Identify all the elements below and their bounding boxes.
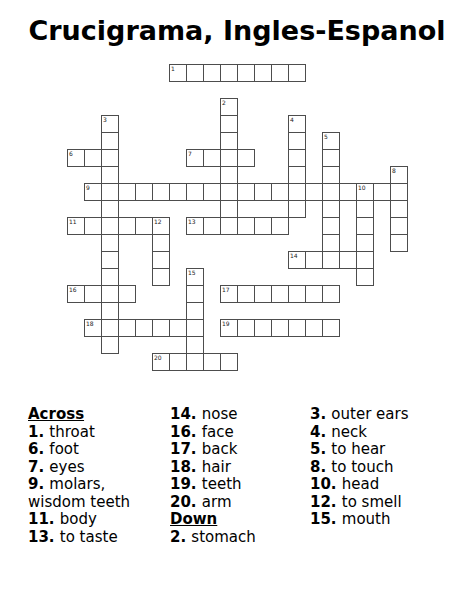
grid-cell-r7c5 bbox=[152, 183, 170, 201]
grid-cell-r9c12 bbox=[271, 217, 289, 235]
grid-cell-r13c11 bbox=[254, 285, 272, 303]
grid-cell-r13c12 bbox=[271, 285, 289, 303]
grid-cell-r9c1 bbox=[84, 217, 102, 235]
cell-number-4: 4 bbox=[290, 116, 294, 123]
grid-cell-r9c5: 12 bbox=[152, 217, 170, 235]
clue-4: 4. neck bbox=[310, 424, 470, 442]
grid-cell-r6c15 bbox=[322, 166, 340, 184]
grid-cell-r15c13 bbox=[288, 319, 306, 337]
grid-cell-r14c7 bbox=[186, 302, 204, 320]
grid-cell-r7c10 bbox=[237, 183, 255, 201]
grid-cell-r13c2 bbox=[101, 285, 119, 303]
clue-17: 17. back bbox=[170, 441, 302, 459]
grid-cell-r5c15 bbox=[322, 149, 340, 167]
grid-cell-r10c2 bbox=[101, 234, 119, 252]
grid-cell-r7c16 bbox=[339, 183, 357, 201]
clue-header-across: Across bbox=[28, 406, 146, 424]
clue-column-2: 14. nose16. face17. back18. hair19. teet… bbox=[170, 406, 302, 546]
grid-cell-r11c15 bbox=[322, 251, 340, 269]
grid-cell-r15c10 bbox=[237, 319, 255, 337]
clue-number: 8. bbox=[310, 458, 331, 476]
grid-cell-r13c10 bbox=[237, 285, 255, 303]
clue-9: 9. molars, wisdom teeth bbox=[28, 476, 146, 511]
clue-7: 7. eyes bbox=[28, 459, 146, 477]
grid-cell-r15c9: 19 bbox=[220, 319, 238, 337]
grid-cell-r5c1 bbox=[84, 149, 102, 167]
grid-cell-r0c8 bbox=[203, 64, 221, 82]
clue-number: 12. bbox=[310, 493, 342, 511]
cell-number-3: 3 bbox=[103, 116, 107, 123]
grid-cell-r7c14 bbox=[305, 183, 323, 201]
grid-cell-r11c13: 14 bbox=[288, 251, 306, 269]
grid-cell-r7c13 bbox=[288, 183, 306, 201]
crossword-worksheet: Crucigrama, Ingles-Espanol 1234567891011… bbox=[0, 0, 474, 613]
grid-cell-r13c13 bbox=[288, 285, 306, 303]
grid-cell-r8c9 bbox=[220, 200, 238, 218]
grid-cell-r15c2 bbox=[101, 319, 119, 337]
grid-cell-r13c0: 16 bbox=[67, 285, 85, 303]
grid-cell-r9c11 bbox=[254, 217, 272, 235]
grid-cell-r9c0: 11 bbox=[67, 217, 85, 235]
grid-cell-r9c15 bbox=[322, 217, 340, 235]
grid-cell-r13c3 bbox=[118, 285, 136, 303]
grid-cell-r8c15 bbox=[322, 200, 340, 218]
grid-cell-r3c9 bbox=[220, 115, 238, 133]
grid-cell-r13c14 bbox=[305, 285, 323, 303]
cell-number-18: 18 bbox=[86, 320, 94, 327]
grid-cell-r7c18 bbox=[373, 183, 391, 201]
grid-cell-r15c11 bbox=[254, 319, 272, 337]
clue-number: 13. bbox=[28, 528, 60, 546]
clue-13: 13. to taste bbox=[28, 529, 146, 547]
grid-cell-r8c2 bbox=[101, 200, 119, 218]
clue-number: 18. bbox=[170, 458, 202, 476]
crossword-grid: 1234567891011121314151617181920 bbox=[67, 64, 408, 371]
grid-cell-r15c15 bbox=[322, 319, 340, 337]
grid-cell-r7c7 bbox=[186, 183, 204, 201]
grid-cell-r7c19 bbox=[390, 183, 408, 201]
grid-cell-r0c9 bbox=[220, 64, 238, 82]
grid-cell-r11c2 bbox=[101, 251, 119, 269]
grid-cell-r13c15 bbox=[322, 285, 340, 303]
cell-number-14: 14 bbox=[290, 252, 298, 259]
cell-number-19: 19 bbox=[222, 320, 230, 327]
clue-3: 3. outer ears bbox=[310, 406, 470, 424]
grid-cell-r7c17: 10 bbox=[356, 183, 374, 201]
grid-cell-r7c6 bbox=[169, 183, 187, 201]
clue-number: 20. bbox=[170, 493, 202, 511]
cell-number-15: 15 bbox=[188, 269, 196, 276]
grid-cell-r10c17 bbox=[356, 234, 374, 252]
grid-cell-r12c2 bbox=[101, 268, 119, 286]
clue-number: 19. bbox=[170, 475, 202, 493]
clue-number: 10. bbox=[310, 475, 342, 493]
clue-19: 19. teeth bbox=[170, 476, 302, 494]
grid-cell-r7c1: 9 bbox=[84, 183, 102, 201]
clue-10: 10. head bbox=[310, 476, 470, 494]
grid-cell-r10c19 bbox=[390, 234, 408, 252]
clue-15: 15. mouth bbox=[310, 511, 470, 529]
cell-number-1: 1 bbox=[171, 65, 175, 72]
clue-1: 1. throat bbox=[28, 424, 146, 442]
grid-cell-r7c12 bbox=[271, 183, 289, 201]
grid-cell-r9c17 bbox=[356, 217, 374, 235]
cell-number-11: 11 bbox=[69, 218, 77, 225]
grid-cell-r0c10 bbox=[237, 64, 255, 82]
grid-cell-r3c2: 3 bbox=[101, 115, 119, 133]
clue-12: 12. to smell bbox=[310, 494, 470, 512]
clue-number: 5. bbox=[310, 440, 331, 458]
grid-cell-r5c13 bbox=[288, 149, 306, 167]
clue-number: 3. bbox=[310, 405, 331, 423]
clue-8: 8. to touch bbox=[310, 459, 470, 477]
grid-cell-r0c6: 1 bbox=[169, 64, 187, 82]
grid-cell-r5c2 bbox=[101, 149, 119, 167]
page-title: Crucigrama, Ingles-Espanol bbox=[0, 14, 474, 48]
grid-cell-r7c8 bbox=[203, 183, 221, 201]
grid-cell-r14c2 bbox=[101, 302, 119, 320]
clue-number: 11. bbox=[28, 510, 60, 528]
clue-number: 14. bbox=[170, 405, 202, 423]
clue-number: 4. bbox=[310, 423, 331, 441]
cell-number-7: 7 bbox=[188, 150, 192, 157]
clue-number: 15. bbox=[310, 510, 342, 528]
grid-cell-r17c5: 20 bbox=[152, 353, 170, 371]
cell-number-10: 10 bbox=[358, 184, 366, 191]
grid-cell-r7c15 bbox=[322, 183, 340, 201]
grid-cell-r15c14 bbox=[305, 319, 323, 337]
grid-cell-r15c7 bbox=[186, 319, 204, 337]
grid-cell-r5c7: 7 bbox=[186, 149, 204, 167]
grid-cell-r8c19 bbox=[390, 200, 408, 218]
grid-cell-r0c11 bbox=[254, 64, 272, 82]
clue-number: 6. bbox=[28, 440, 49, 458]
grid-cell-r5c10 bbox=[237, 149, 255, 167]
grid-cell-r6c2 bbox=[101, 166, 119, 184]
grid-cell-r15c3 bbox=[118, 319, 136, 337]
grid-cell-r5c9 bbox=[220, 149, 238, 167]
grid-cell-r7c11 bbox=[254, 183, 272, 201]
grid-cell-r6c19: 8 bbox=[390, 166, 408, 184]
grid-cell-r0c12 bbox=[271, 64, 289, 82]
cell-number-2: 2 bbox=[222, 99, 226, 106]
grid-cell-r12c7: 15 bbox=[186, 268, 204, 286]
grid-cell-r9c19 bbox=[390, 217, 408, 235]
grid-cell-r10c5 bbox=[152, 234, 170, 252]
grid-cell-r0c7 bbox=[186, 64, 204, 82]
cell-number-16: 16 bbox=[69, 286, 77, 293]
grid-cell-r16c7 bbox=[186, 336, 204, 354]
grid-cell-r0c13 bbox=[288, 64, 306, 82]
grid-cell-r9c4 bbox=[135, 217, 153, 235]
grid-cell-r12c5 bbox=[152, 268, 170, 286]
grid-cell-r13c9: 17 bbox=[220, 285, 238, 303]
grid-cell-r7c4 bbox=[135, 183, 153, 201]
clue-number: 2. bbox=[170, 528, 191, 546]
grid-cell-r9c2 bbox=[101, 217, 119, 235]
cell-number-6: 6 bbox=[69, 150, 73, 157]
clue-column-1: Across1. throat6. foot7. eyes9. molars, … bbox=[28, 406, 146, 546]
grid-cell-r9c3 bbox=[118, 217, 136, 235]
grid-cell-r11c14 bbox=[305, 251, 323, 269]
grid-cell-r17c6 bbox=[169, 353, 187, 371]
clue-number: 16. bbox=[170, 423, 202, 441]
grid-cell-r17c8 bbox=[203, 353, 221, 371]
clue-14: 14. nose bbox=[170, 406, 302, 424]
clue-number: 7. bbox=[28, 458, 49, 476]
grid-cell-r11c17 bbox=[356, 251, 374, 269]
cell-number-5: 5 bbox=[324, 133, 328, 140]
grid-cell-r15c12 bbox=[271, 319, 289, 337]
grid-cell-r13c7 bbox=[186, 285, 204, 303]
grid-cell-r9c7: 13 bbox=[186, 217, 204, 235]
cell-number-12: 12 bbox=[154, 218, 162, 225]
grid-cell-r17c9 bbox=[220, 353, 238, 371]
grid-cell-r12c17 bbox=[356, 268, 374, 286]
grid-cell-r11c16 bbox=[339, 251, 357, 269]
grid-cell-r7c9 bbox=[220, 183, 238, 201]
grid-cell-r7c3 bbox=[118, 183, 136, 201]
grid-cell-r11c5 bbox=[152, 251, 170, 269]
clue-6: 6. foot bbox=[28, 441, 146, 459]
clue-5: 5. to hear bbox=[310, 441, 470, 459]
clue-number: 9. bbox=[28, 475, 49, 493]
grid-cell-r8c17 bbox=[356, 200, 374, 218]
grid-cell-r4c2 bbox=[101, 132, 119, 150]
grid-cell-r6c9 bbox=[220, 166, 238, 184]
grid-cell-r15c6 bbox=[169, 319, 187, 337]
grid-cell-r15c4 bbox=[135, 319, 153, 337]
grid-cell-r7c2 bbox=[101, 183, 119, 201]
grid-cell-r9c8 bbox=[203, 217, 221, 235]
grid-cell-r10c15 bbox=[322, 234, 340, 252]
grid-cell-r13c1 bbox=[84, 285, 102, 303]
clue-2: 2. stomach bbox=[170, 529, 302, 547]
grid-cell-r8c13 bbox=[288, 200, 306, 218]
cell-number-9: 9 bbox=[86, 184, 90, 191]
grid-cell-r9c10 bbox=[237, 217, 255, 235]
grid-cell-r3c13: 4 bbox=[288, 115, 306, 133]
cell-number-20: 20 bbox=[154, 354, 162, 361]
grid-cell-r2c9: 2 bbox=[220, 98, 238, 116]
grid-cell-r5c0: 6 bbox=[67, 149, 85, 167]
grid-cell-r15c1: 18 bbox=[84, 319, 102, 337]
clue-16: 16. face bbox=[170, 424, 302, 442]
clue-number: 17. bbox=[170, 440, 202, 458]
cell-number-8: 8 bbox=[392, 167, 396, 174]
clue-header-down: Down bbox=[170, 511, 302, 529]
clues-section: Across1. throat6. foot7. eyes9. molars, … bbox=[0, 406, 474, 606]
clue-11: 11. body bbox=[28, 511, 146, 529]
clue-18: 18. hair bbox=[170, 459, 302, 477]
grid-cell-r17c7 bbox=[186, 353, 204, 371]
clue-20: 20. arm bbox=[170, 494, 302, 512]
clue-column-3: 3. outer ears4. neck5. to hear8. to touc… bbox=[310, 406, 470, 529]
cell-number-17: 17 bbox=[222, 286, 230, 293]
grid-cell-r4c9 bbox=[220, 132, 238, 150]
grid-cell-r4c13 bbox=[288, 132, 306, 150]
grid-cell-r6c13 bbox=[288, 166, 306, 184]
grid-cell-r4c15: 5 bbox=[322, 132, 340, 150]
grid-cell-r5c8 bbox=[203, 149, 221, 167]
clue-number: 1. bbox=[28, 423, 49, 441]
grid-cell-r9c9 bbox=[220, 217, 238, 235]
cell-number-13: 13 bbox=[188, 218, 196, 225]
grid-cell-r15c5 bbox=[152, 319, 170, 337]
grid-cell-r16c2 bbox=[101, 336, 119, 354]
